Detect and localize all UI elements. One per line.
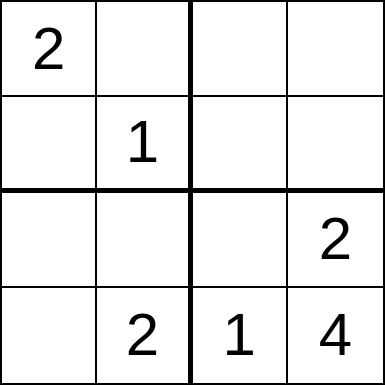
given-digit: 2 — [32, 19, 65, 79]
cell-r2c3[interactable] — [193, 97, 288, 192]
cell-r1c1[interactable]: 2 — [2, 2, 97, 97]
cell-r4c2[interactable]: 2 — [97, 288, 192, 383]
cell-r4c4[interactable]: 4 — [288, 288, 383, 383]
given-digit: 1 — [126, 112, 159, 172]
cell-r4c1[interactable] — [2, 288, 97, 383]
given-digit: 1 — [222, 305, 255, 365]
cell-r3c1[interactable] — [2, 193, 97, 288]
cell-r1c2[interactable] — [97, 2, 192, 97]
cell-r3c3[interactable] — [193, 193, 288, 288]
cell-r4c3[interactable]: 1 — [193, 288, 288, 383]
given-digit: 4 — [319, 305, 352, 365]
sudoku-page: 212214 — [0, 0, 385, 385]
cell-r1c3[interactable] — [193, 2, 288, 97]
cell-r2c1[interactable] — [2, 97, 97, 192]
cell-r3c4[interactable]: 2 — [288, 193, 383, 288]
cell-r1c4[interactable] — [288, 2, 383, 97]
given-digit: 2 — [126, 305, 159, 365]
sudoku-board: 212214 — [0, 0, 385, 385]
cell-r3c2[interactable] — [97, 193, 192, 288]
given-digit: 2 — [319, 209, 352, 269]
cell-r2c2[interactable]: 1 — [97, 97, 192, 192]
cell-r2c4[interactable] — [288, 97, 383, 192]
